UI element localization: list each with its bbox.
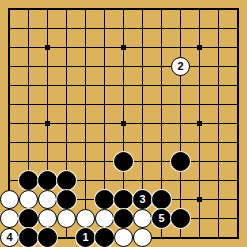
intersection[interactable]	[209, 95, 228, 114]
intersection[interactable]	[133, 133, 152, 152]
intersection[interactable]	[38, 95, 57, 114]
intersection[interactable]	[38, 209, 57, 228]
intersection[interactable]	[133, 76, 152, 95]
intersection[interactable]	[152, 190, 171, 209]
intersection[interactable]	[228, 171, 247, 190]
intersection[interactable]	[190, 95, 209, 114]
intersection[interactable]	[190, 171, 209, 190]
intersection[interactable]	[38, 152, 57, 171]
intersection[interactable]	[152, 95, 171, 114]
intersection[interactable]	[152, 171, 171, 190]
intersection[interactable]	[209, 0, 228, 19]
intersection[interactable]	[209, 133, 228, 152]
white-stone[interactable]	[114, 228, 133, 247]
intersection[interactable]	[114, 114, 133, 133]
intersection[interactable]	[38, 76, 57, 95]
white-stone[interactable]	[38, 190, 57, 209]
intersection[interactable]	[0, 0, 19, 19]
intersection[interactable]	[133, 114, 152, 133]
intersection[interactable]	[76, 152, 95, 171]
intersection[interactable]	[76, 190, 95, 209]
intersection[interactable]	[0, 76, 19, 95]
intersection[interactable]	[152, 57, 171, 76]
intersection[interactable]: 1	[76, 228, 95, 247]
intersection[interactable]	[114, 228, 133, 247]
intersection[interactable]	[57, 228, 76, 247]
intersection[interactable]	[171, 0, 190, 19]
intersection[interactable]	[228, 152, 247, 171]
intersection[interactable]	[152, 0, 171, 19]
white-stone[interactable]	[0, 190, 19, 209]
intersection[interactable]: 3	[133, 190, 152, 209]
intersection[interactable]	[133, 209, 152, 228]
intersection[interactable]	[57, 133, 76, 152]
intersection[interactable]	[190, 190, 209, 209]
intersection[interactable]	[95, 76, 114, 95]
white-stone[interactable]: 4	[0, 228, 19, 247]
move-number-label: 1	[82, 232, 88, 243]
intersection[interactable]	[38, 38, 57, 57]
intersection[interactable]	[190, 152, 209, 171]
intersection[interactable]	[38, 57, 57, 76]
intersection[interactable]	[114, 57, 133, 76]
intersection[interactable]	[228, 133, 247, 152]
intersection[interactable]	[228, 0, 247, 19]
intersection[interactable]	[209, 209, 228, 228]
intersection[interactable]	[76, 57, 95, 76]
intersection[interactable]	[76, 95, 95, 114]
intersection[interactable]	[95, 57, 114, 76]
black-stone[interactable]	[114, 152, 133, 171]
intersection[interactable]	[171, 95, 190, 114]
intersection[interactable]	[38, 0, 57, 19]
intersection[interactable]	[114, 133, 133, 152]
intersection[interactable]	[19, 76, 38, 95]
intersection[interactable]	[57, 114, 76, 133]
intersection[interactable]	[209, 228, 228, 247]
intersection[interactable]	[76, 0, 95, 19]
intersection[interactable]	[76, 209, 95, 228]
move-number-label: 3	[139, 194, 145, 205]
white-stone[interactable]	[133, 228, 152, 247]
intersection[interactable]: 2	[171, 57, 190, 76]
black-stone[interactable]	[152, 190, 171, 209]
intersection[interactable]	[152, 152, 171, 171]
intersection[interactable]	[95, 38, 114, 57]
intersection[interactable]	[209, 38, 228, 57]
intersection[interactable]	[133, 152, 152, 171]
intersection[interactable]	[190, 228, 209, 247]
white-stone[interactable]	[76, 209, 95, 228]
intersection[interactable]	[209, 19, 228, 38]
black-stone[interactable]	[95, 228, 114, 247]
intersection[interactable]	[0, 133, 19, 152]
intersection[interactable]	[19, 114, 38, 133]
intersection[interactable]	[38, 171, 57, 190]
intersection[interactable]	[38, 19, 57, 38]
intersection[interactable]	[209, 171, 228, 190]
intersection[interactable]	[209, 190, 228, 209]
black-stone[interactable]	[114, 209, 133, 228]
intersection[interactable]	[152, 114, 171, 133]
intersection[interactable]	[228, 190, 247, 209]
intersection[interactable]	[57, 0, 76, 19]
intersection[interactable]	[152, 38, 171, 57]
intersection[interactable]	[114, 76, 133, 95]
black-stone[interactable]	[171, 152, 190, 171]
intersection[interactable]	[0, 190, 19, 209]
black-stone[interactable]	[38, 228, 57, 247]
black-stone[interactable]	[114, 190, 133, 209]
intersection[interactable]	[0, 95, 19, 114]
intersection[interactable]	[57, 57, 76, 76]
intersection[interactable]	[133, 171, 152, 190]
intersection[interactable]	[228, 38, 247, 57]
white-stone[interactable]	[57, 209, 76, 228]
intersection[interactable]	[209, 57, 228, 76]
white-stone[interactable]	[19, 190, 38, 209]
intersection[interactable]	[190, 209, 209, 228]
intersection[interactable]	[190, 19, 209, 38]
intersection[interactable]	[19, 57, 38, 76]
white-stone[interactable]	[95, 209, 114, 228]
intersection[interactable]	[0, 114, 19, 133]
intersection[interactable]	[95, 0, 114, 19]
intersection[interactable]	[19, 38, 38, 57]
move-number-label: 2	[177, 61, 183, 72]
intersection[interactable]	[95, 228, 114, 247]
intersection[interactable]	[0, 57, 19, 76]
intersection[interactable]	[171, 133, 190, 152]
intersection[interactable]	[114, 38, 133, 57]
intersection[interactable]	[95, 152, 114, 171]
intersection[interactable]	[19, 19, 38, 38]
intersection[interactable]	[171, 152, 190, 171]
intersection[interactable]	[209, 152, 228, 171]
board-intersections: 23541	[0, 0, 247, 247]
intersection[interactable]	[114, 152, 133, 171]
intersection[interactable]	[114, 95, 133, 114]
black-stone[interactable]	[19, 228, 38, 247]
intersection[interactable]	[95, 114, 114, 133]
intersection[interactable]	[38, 228, 57, 247]
intersection[interactable]	[152, 228, 171, 247]
intersection[interactable]	[209, 114, 228, 133]
intersection[interactable]	[190, 0, 209, 19]
intersection[interactable]	[0, 19, 19, 38]
intersection[interactable]	[190, 76, 209, 95]
intersection[interactable]	[19, 0, 38, 19]
intersection[interactable]	[57, 76, 76, 95]
intersection[interactable]	[152, 76, 171, 95]
intersection[interactable]	[133, 57, 152, 76]
black-stone[interactable]	[171, 209, 190, 228]
move-number-label: 4	[6, 232, 12, 243]
intersection[interactable]	[228, 209, 247, 228]
intersection[interactable]	[133, 38, 152, 57]
white-stone[interactable]	[38, 209, 57, 228]
intersection[interactable]: 5	[152, 209, 171, 228]
go-board: 23541	[0, 0, 247, 247]
intersection[interactable]	[114, 171, 133, 190]
intersection[interactable]	[152, 133, 171, 152]
intersection[interactable]	[209, 76, 228, 95]
intersection[interactable]	[57, 95, 76, 114]
intersection[interactable]	[57, 19, 76, 38]
intersection[interactable]	[228, 228, 247, 247]
intersection[interactable]	[19, 228, 38, 247]
intersection[interactable]	[171, 209, 190, 228]
intersection[interactable]	[133, 19, 152, 38]
white-stone[interactable]	[0, 209, 19, 228]
intersection[interactable]	[133, 0, 152, 19]
intersection[interactable]	[95, 95, 114, 114]
intersection[interactable]	[152, 19, 171, 38]
intersection[interactable]	[171, 228, 190, 247]
intersection[interactable]: 4	[0, 228, 19, 247]
intersection[interactable]	[57, 171, 76, 190]
intersection[interactable]	[19, 152, 38, 171]
black-stone[interactable]	[19, 171, 38, 190]
intersection[interactable]	[171, 38, 190, 57]
intersection[interactable]	[133, 95, 152, 114]
intersection[interactable]	[171, 19, 190, 38]
intersection[interactable]	[228, 57, 247, 76]
intersection[interactable]	[95, 133, 114, 152]
intersection[interactable]	[114, 190, 133, 209]
intersection[interactable]	[190, 133, 209, 152]
intersection[interactable]	[95, 171, 114, 190]
intersection[interactable]	[57, 209, 76, 228]
intersection[interactable]	[190, 114, 209, 133]
intersection[interactable]	[190, 57, 209, 76]
intersection[interactable]	[76, 133, 95, 152]
intersection[interactable]	[0, 171, 19, 190]
intersection[interactable]	[76, 171, 95, 190]
white-stone[interactable]	[133, 209, 152, 228]
intersection[interactable]	[114, 209, 133, 228]
intersection[interactable]	[57, 38, 76, 57]
intersection[interactable]	[38, 133, 57, 152]
black-stone[interactable]: 3	[133, 190, 152, 209]
intersection[interactable]	[38, 190, 57, 209]
intersection[interactable]	[133, 228, 152, 247]
intersection[interactable]	[0, 152, 19, 171]
intersection[interactable]	[57, 152, 76, 171]
intersection[interactable]	[95, 190, 114, 209]
intersection[interactable]	[57, 190, 76, 209]
intersection[interactable]	[114, 0, 133, 19]
intersection[interactable]	[76, 38, 95, 57]
black-stone[interactable]: 1	[76, 228, 95, 247]
intersection[interactable]	[171, 76, 190, 95]
intersection[interactable]	[76, 76, 95, 95]
intersection[interactable]	[0, 209, 19, 228]
intersection[interactable]	[38, 114, 57, 133]
black-stone[interactable]	[57, 190, 76, 209]
intersection[interactable]	[95, 19, 114, 38]
white-stone[interactable]: 2	[171, 57, 190, 76]
intersection[interactable]	[19, 190, 38, 209]
black-stone[interactable]	[38, 171, 57, 190]
intersection[interactable]	[95, 209, 114, 228]
intersection[interactable]	[190, 38, 209, 57]
intersection[interactable]	[228, 95, 247, 114]
intersection[interactable]	[19, 95, 38, 114]
intersection[interactable]	[76, 114, 95, 133]
black-stone[interactable]: 5	[152, 209, 171, 228]
intersection[interactable]	[19, 133, 38, 152]
intersection[interactable]	[19, 171, 38, 190]
intersection[interactable]	[171, 171, 190, 190]
intersection[interactable]	[228, 76, 247, 95]
black-stone[interactable]	[95, 190, 114, 209]
intersection[interactable]	[19, 209, 38, 228]
intersection[interactable]	[76, 19, 95, 38]
intersection[interactable]	[228, 114, 247, 133]
intersection[interactable]	[0, 38, 19, 57]
intersection[interactable]	[171, 190, 190, 209]
black-stone[interactable]	[57, 171, 76, 190]
intersection[interactable]	[171, 114, 190, 133]
intersection[interactable]	[114, 19, 133, 38]
black-stone[interactable]	[19, 209, 38, 228]
move-number-label: 5	[158, 213, 164, 224]
intersection[interactable]	[228, 19, 247, 38]
